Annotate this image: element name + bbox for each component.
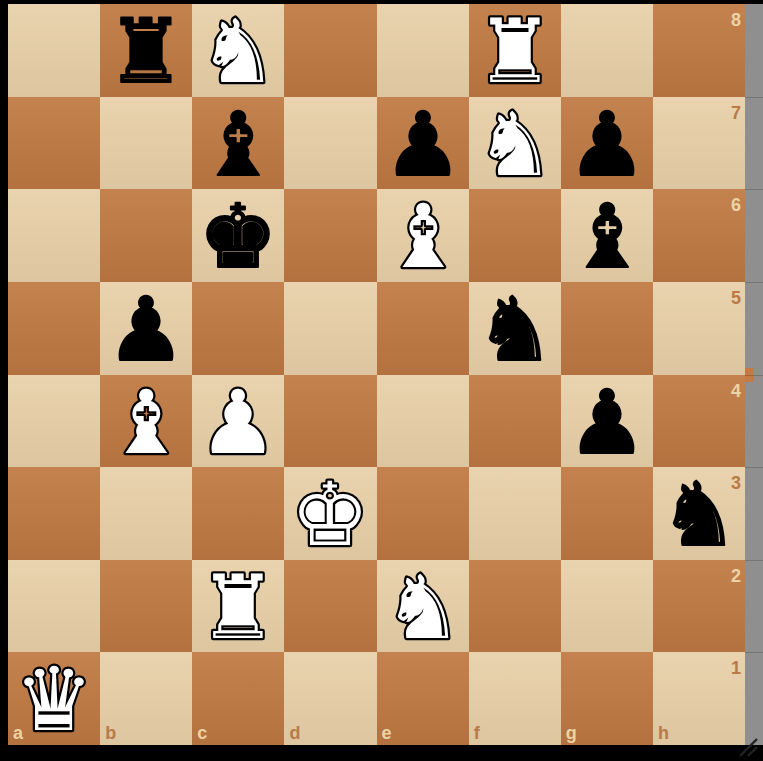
svg-text:♝: ♝: [383, 189, 462, 282]
square-a6[interactable]: [8, 189, 100, 282]
black-bishop[interactable]: ♝: [561, 189, 653, 282]
black-knight[interactable]: ♞: [653, 467, 745, 560]
scrollbar-track[interactable]: [745, 4, 763, 745]
resize-handle-icon[interactable]: [737, 736, 759, 758]
square-f7[interactable]: ♞: [469, 97, 561, 190]
square-f3[interactable]: [469, 467, 561, 560]
white-bishop[interactable]: ♝: [377, 189, 469, 282]
square-c4[interactable]: ♟: [192, 375, 284, 468]
square-f8[interactable]: ♜: [469, 4, 561, 97]
square-f6[interactable]: [469, 189, 561, 282]
square-g2[interactable]: [561, 560, 653, 653]
gutter-divider: [745, 560, 763, 561]
svg-text:♞: ♞: [475, 282, 554, 375]
file-label-b: b: [105, 723, 116, 743]
file-label-f: f: [474, 723, 480, 743]
square-e2[interactable]: ♞: [377, 560, 469, 653]
square-b8[interactable]: ♜: [100, 4, 192, 97]
square-f1[interactable]: [469, 652, 561, 745]
square-c5[interactable]: [192, 282, 284, 375]
svg-text:♝: ♝: [199, 97, 278, 190]
square-g6[interactable]: ♝: [561, 189, 653, 282]
svg-text:♞: ♞: [199, 4, 278, 97]
rank-label-1: 1: [731, 658, 741, 678]
svg-text:♞: ♞: [383, 560, 462, 653]
square-a1[interactable]: ♛: [8, 652, 100, 745]
rank-label-8: 8: [731, 10, 741, 30]
square-g7[interactable]: ♟: [561, 97, 653, 190]
square-e8[interactable]: [377, 4, 469, 97]
rank-label-5: 5: [731, 288, 741, 308]
file-label-c: c: [197, 723, 207, 743]
chess-board: ♜♞♜♝♟♞♟♚♝♝♟♞♝♟♟♚♞♜♞♛87654321abcdefgh: [8, 4, 745, 745]
square-a5[interactable]: [8, 282, 100, 375]
square-b3[interactable]: [100, 467, 192, 560]
svg-text:♝: ♝: [107, 375, 186, 468]
white-knight[interactable]: ♞: [469, 97, 561, 190]
square-b2[interactable]: [100, 560, 192, 653]
svg-text:♝: ♝: [567, 189, 646, 282]
svg-text:♚: ♚: [199, 189, 278, 282]
rank-label-4: 4: [731, 381, 741, 401]
svg-text:♜: ♜: [475, 4, 554, 97]
file-label-d: d: [289, 723, 300, 743]
rank-label-6: 6: [731, 195, 741, 215]
square-g5[interactable]: [561, 282, 653, 375]
svg-text:♟: ♟: [107, 282, 186, 375]
svg-text:♟: ♟: [383, 97, 462, 190]
square-d7[interactable]: [284, 97, 376, 190]
white-king[interactable]: ♚: [284, 467, 376, 560]
square-g4[interactable]: ♟: [561, 375, 653, 468]
black-king[interactable]: ♚: [192, 189, 284, 282]
file-label-h: h: [658, 723, 669, 743]
white-bishop[interactable]: ♝: [100, 375, 192, 468]
black-rook[interactable]: ♜: [100, 4, 192, 97]
black-knight[interactable]: ♞: [469, 282, 561, 375]
black-pawn[interactable]: ♟: [561, 97, 653, 190]
square-a3[interactable]: [8, 467, 100, 560]
square-e3[interactable]: [377, 467, 469, 560]
square-e5[interactable]: [377, 282, 469, 375]
gutter-divider: [745, 467, 763, 468]
gutter-divider: [745, 189, 763, 190]
square-f2[interactable]: [469, 560, 561, 653]
black-bishop[interactable]: ♝: [192, 97, 284, 190]
square-b4[interactable]: ♝: [100, 375, 192, 468]
square-d3[interactable]: ♚: [284, 467, 376, 560]
svg-text:♟: ♟: [199, 375, 278, 468]
square-d6[interactable]: [284, 189, 376, 282]
square-a2[interactable]: [8, 560, 100, 653]
square-f4[interactable]: [469, 375, 561, 468]
svg-text:♞: ♞: [659, 467, 738, 560]
file-label-e: e: [382, 723, 392, 743]
square-g3[interactable]: [561, 467, 653, 560]
svg-text:♟: ♟: [567, 375, 646, 468]
square-a7[interactable]: [8, 97, 100, 190]
white-rook[interactable]: ♜: [192, 560, 284, 653]
square-c7[interactable]: ♝: [192, 97, 284, 190]
chess-app-window: ♜♞♜♝♟♞♟♚♝♝♟♞♝♟♟♚♞♜♞♛87654321abcdefgh: [0, 0, 763, 761]
svg-text:♚: ♚: [291, 467, 370, 560]
square-h3[interactable]: ♞: [653, 467, 745, 560]
square-e4[interactable]: [377, 375, 469, 468]
square-e6[interactable]: ♝: [377, 189, 469, 282]
black-pawn[interactable]: ♟: [377, 97, 469, 190]
file-label-g: g: [566, 723, 577, 743]
square-b7[interactable]: [100, 97, 192, 190]
square-a8[interactable]: [8, 4, 100, 97]
svg-text:♛: ♛: [15, 652, 94, 745]
square-f5[interactable]: ♞: [469, 282, 561, 375]
gutter-divider: [745, 375, 763, 376]
rank-label-7: 7: [731, 103, 741, 123]
square-d8[interactable]: [284, 4, 376, 97]
square-a4[interactable]: [8, 375, 100, 468]
square-c6[interactable]: ♚: [192, 189, 284, 282]
square-g8[interactable]: [561, 4, 653, 97]
white-pawn[interactable]: ♟: [192, 375, 284, 468]
square-d4[interactable]: [284, 375, 376, 468]
square-c2[interactable]: ♜: [192, 560, 284, 653]
svg-text:♜: ♜: [199, 560, 278, 653]
square-b5[interactable]: ♟: [100, 282, 192, 375]
square-d2[interactable]: [284, 560, 376, 653]
black-pawn[interactable]: ♟: [100, 282, 192, 375]
square-c8[interactable]: ♞: [192, 4, 284, 97]
black-pawn[interactable]: ♟: [561, 375, 653, 468]
white-queen[interactable]: ♛: [8, 652, 100, 745]
gutter-divider: [745, 652, 763, 653]
square-d5[interactable]: [284, 282, 376, 375]
gutter-divider: [745, 282, 763, 283]
white-knight[interactable]: ♞: [192, 4, 284, 97]
svg-text:♞: ♞: [475, 97, 554, 190]
svg-text:♜: ♜: [107, 4, 186, 97]
svg-text:♟: ♟: [567, 97, 646, 190]
gutter-divider: [745, 97, 763, 98]
rank-label-2: 2: [731, 566, 741, 586]
square-b6[interactable]: [100, 189, 192, 282]
white-knight[interactable]: ♞: [377, 560, 469, 653]
square-c3[interactable]: [192, 467, 284, 560]
white-rook[interactable]: ♜: [469, 4, 561, 97]
square-e7[interactable]: ♟: [377, 97, 469, 190]
